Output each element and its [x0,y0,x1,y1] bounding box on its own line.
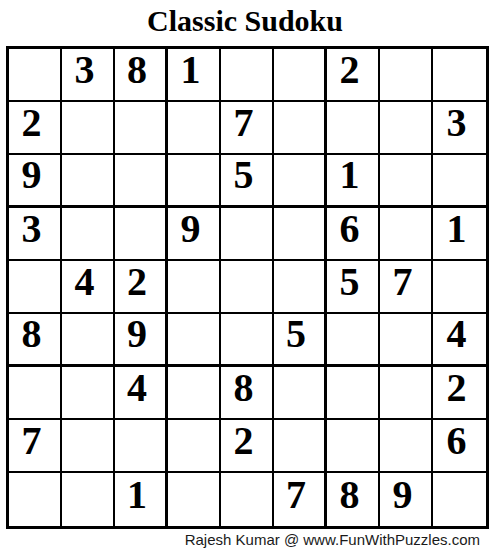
cell-r9c2[interactable] [62,473,115,526]
cell-r8c2[interactable] [62,420,115,473]
cell-r5c6[interactable] [274,261,327,314]
cell-r1c6[interactable] [274,49,327,102]
cell-r5c8: 7 [380,261,433,314]
cell-r3c2[interactable] [62,155,115,208]
cell-r3c3[interactable] [115,155,168,208]
cell-r1c5[interactable] [221,49,274,102]
cell-r3c9[interactable] [433,155,486,208]
cell-r3c5: 5 [221,155,274,208]
cell-r9c8: 9 [380,473,433,526]
cell-r7c8[interactable] [380,367,433,420]
cell-r5c5[interactable] [221,261,274,314]
cell-r7c7[interactable] [327,367,380,420]
cell-r9c9[interactable] [433,473,486,526]
cell-r4c8[interactable] [380,208,433,261]
cell-r3c8[interactable] [380,155,433,208]
cell-r9c7: 8 [327,473,380,526]
cell-r9c5[interactable] [221,473,274,526]
cell-r7c2[interactable] [62,367,115,420]
cell-r5c3: 2 [115,261,168,314]
cell-r6c5[interactable] [221,314,274,367]
cell-r3c1: 9 [9,155,62,208]
cell-r5c9[interactable] [433,261,486,314]
cell-r3c6[interactable] [274,155,327,208]
cell-r4c4: 9 [168,208,221,261]
page-title: Classic Sudoku [0,4,490,38]
cell-r2c7[interactable] [327,102,380,155]
cell-r7c9: 2 [433,367,486,420]
cell-r9c3: 1 [115,473,168,526]
cell-r2c4[interactable] [168,102,221,155]
cell-r8c1: 7 [9,420,62,473]
cell-r3c7: 1 [327,155,380,208]
cell-r1c3: 8 [115,49,168,102]
cell-r4c9: 1 [433,208,486,261]
cell-r2c2[interactable] [62,102,115,155]
cell-r2c6[interactable] [274,102,327,155]
cell-r2c8[interactable] [380,102,433,155]
cell-r4c3[interactable] [115,208,168,261]
cell-r4c7: 6 [327,208,380,261]
cell-r1c4: 1 [168,49,221,102]
cell-r1c2: 3 [62,49,115,102]
cell-r1c8[interactable] [380,49,433,102]
cell-r7c3: 4 [115,367,168,420]
sudoku-page: Classic Sudoku 3812273951396142578954482… [0,0,490,555]
cell-r7c5: 8 [221,367,274,420]
cell-r1c1[interactable] [9,49,62,102]
cell-r2c1: 2 [9,102,62,155]
cell-r8c6[interactable] [274,420,327,473]
cell-r4c1: 3 [9,208,62,261]
cell-r6c3: 9 [115,314,168,367]
cell-r8c7[interactable] [327,420,380,473]
cell-r5c1[interactable] [9,261,62,314]
cell-r9c4[interactable] [168,473,221,526]
cell-r2c5: 7 [221,102,274,155]
credit-text: Rajesh Kumar @ www.FunWithPuzzles.com [185,531,480,548]
cell-r3c4[interactable] [168,155,221,208]
cell-r6c6: 5 [274,314,327,367]
cell-r7c4[interactable] [168,367,221,420]
cell-r9c6: 7 [274,473,327,526]
cell-r4c2[interactable] [62,208,115,261]
cell-r9c1[interactable] [9,473,62,526]
sudoku-grid: 38122739513961425789544827261789 [6,46,489,529]
cell-r1c9[interactable] [433,49,486,102]
cell-r4c5[interactable] [221,208,274,261]
cell-r6c2[interactable] [62,314,115,367]
cell-r2c3[interactable] [115,102,168,155]
cell-r5c7: 5 [327,261,380,314]
cell-r8c4[interactable] [168,420,221,473]
cell-r6c7[interactable] [327,314,380,367]
cell-r8c3[interactable] [115,420,168,473]
cell-r6c4[interactable] [168,314,221,367]
cell-r5c2: 4 [62,261,115,314]
cell-r6c1: 8 [9,314,62,367]
cell-r2c9: 3 [433,102,486,155]
cell-r6c9: 4 [433,314,486,367]
cell-r7c6[interactable] [274,367,327,420]
cell-r8c9: 6 [433,420,486,473]
cell-r1c7: 2 [327,49,380,102]
cell-r7c1[interactable] [9,367,62,420]
cell-r8c5: 2 [221,420,274,473]
cell-r5c4[interactable] [168,261,221,314]
cell-r4c6[interactable] [274,208,327,261]
cell-r8c8[interactable] [380,420,433,473]
cell-r6c8[interactable] [380,314,433,367]
